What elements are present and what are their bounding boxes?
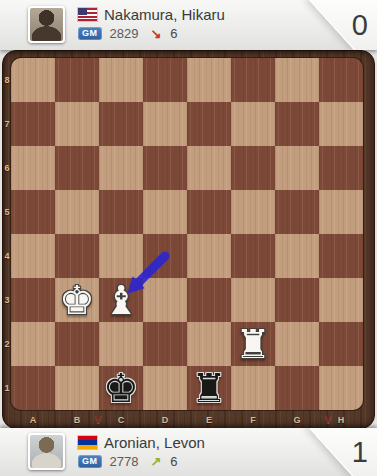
player-bar-top: Nakamura, Hikaru GM 2829 ↘ 6 0	[0, 0, 377, 50]
rank-label-6: 6	[3, 163, 11, 173]
square-g7[interactable]	[275, 102, 319, 146]
file-label-e: E	[187, 413, 231, 428]
square-b1[interactable]	[55, 366, 99, 410]
square-f2[interactable]	[231, 322, 275, 366]
square-d3[interactable]	[143, 278, 187, 322]
rank-label-1: 1	[3, 383, 11, 393]
square-h5[interactable]	[319, 190, 363, 234]
avatar-aronian[interactable]	[28, 433, 65, 470]
square-f8[interactable]	[231, 58, 275, 102]
square-g1[interactable]	[275, 366, 319, 410]
rank-label-5: 5	[3, 207, 11, 217]
frame-notch-right: V	[323, 412, 333, 427]
score-top: 0	[352, 9, 368, 42]
square-g4[interactable]	[275, 234, 319, 278]
player-name-bottom[interactable]: Aronian, Levon	[104, 434, 205, 451]
square-d2[interactable]	[143, 322, 187, 366]
file-label-d: D	[143, 413, 187, 428]
title-badge-top: GM	[78, 27, 102, 40]
file-label-c: C	[99, 413, 143, 428]
square-f3[interactable]	[231, 278, 275, 322]
player-bar-bottom: Aronian, Levon GM 2778 ↗ 6 1	[0, 428, 377, 476]
square-c5[interactable]	[99, 190, 143, 234]
flag-united-states-icon	[78, 8, 97, 21]
square-d5[interactable]	[143, 190, 187, 234]
rating-top: 2829	[110, 26, 139, 41]
square-g3[interactable]	[275, 278, 319, 322]
rank-label-7: 7	[3, 119, 11, 129]
square-g2[interactable]	[275, 322, 319, 366]
trend-down-icon: ↘	[150, 26, 161, 41]
board-frame: ♚♝♜♚♜ 87654321 ABCDEFGH V V	[2, 50, 375, 429]
square-f7[interactable]	[231, 102, 275, 146]
square-e1[interactable]	[187, 366, 231, 410]
square-a3[interactable]	[11, 278, 55, 322]
score-bottom: 1	[352, 436, 368, 469]
square-g5[interactable]	[275, 190, 319, 234]
square-a6[interactable]	[11, 146, 55, 190]
square-a5[interactable]	[11, 190, 55, 234]
square-h7[interactable]	[319, 102, 363, 146]
rating-change-top: 6	[170, 26, 177, 41]
square-h8[interactable]	[319, 58, 363, 102]
file-label-a: A	[11, 413, 55, 428]
square-g8[interactable]	[275, 58, 319, 102]
square-b4[interactable]	[55, 234, 99, 278]
file-label-g: G	[275, 413, 319, 428]
square-e4[interactable]	[187, 234, 231, 278]
square-b6[interactable]	[55, 146, 99, 190]
square-c2[interactable]	[99, 322, 143, 366]
title-badge-bottom: GM	[78, 455, 102, 468]
trend-up-icon: ↗	[150, 454, 161, 469]
square-d8[interactable]	[143, 58, 187, 102]
square-h4[interactable]	[319, 234, 363, 278]
square-f6[interactable]	[231, 146, 275, 190]
square-a2[interactable]	[11, 322, 55, 366]
square-d4[interactable]	[143, 234, 187, 278]
square-c3[interactable]	[99, 278, 143, 322]
rank-label-2: 2	[3, 339, 11, 349]
square-a7[interactable]	[11, 102, 55, 146]
frame-notch-left: V	[93, 412, 103, 427]
square-e6[interactable]	[187, 146, 231, 190]
square-c1[interactable]	[99, 366, 143, 410]
square-e7[interactable]	[187, 102, 231, 146]
square-d1[interactable]	[143, 366, 187, 410]
flag-armenia-icon	[78, 436, 97, 449]
avatar-nakamura[interactable]	[28, 6, 65, 43]
square-f4[interactable]	[231, 234, 275, 278]
square-f5[interactable]	[231, 190, 275, 234]
rank-label-3: 3	[3, 295, 11, 305]
rating-change-bottom: 6	[170, 454, 177, 469]
player-name-top[interactable]: Nakamura, Hikaru	[104, 6, 225, 23]
square-b3[interactable]	[55, 278, 99, 322]
square-c4[interactable]	[99, 234, 143, 278]
rating-bottom: 2778	[110, 454, 139, 469]
square-c8[interactable]	[99, 58, 143, 102]
square-g6[interactable]	[275, 146, 319, 190]
square-a4[interactable]	[11, 234, 55, 278]
square-e8[interactable]	[187, 58, 231, 102]
square-h1[interactable]	[319, 366, 363, 410]
square-a8[interactable]	[11, 58, 55, 102]
square-c6[interactable]	[99, 146, 143, 190]
square-c7[interactable]	[99, 102, 143, 146]
square-f1[interactable]	[231, 366, 275, 410]
board-grid	[11, 58, 363, 410]
rank-label-8: 8	[3, 75, 11, 85]
square-b2[interactable]	[55, 322, 99, 366]
square-h3[interactable]	[319, 278, 363, 322]
square-d6[interactable]	[143, 146, 187, 190]
square-h6[interactable]	[319, 146, 363, 190]
square-h2[interactable]	[319, 322, 363, 366]
square-b7[interactable]	[55, 102, 99, 146]
chess-board[interactable]: ♚♝♜♚♜	[11, 58, 363, 410]
square-b8[interactable]	[55, 58, 99, 102]
square-b5[interactable]	[55, 190, 99, 234]
rank-label-4: 4	[3, 251, 11, 261]
square-e2[interactable]	[187, 322, 231, 366]
square-e5[interactable]	[187, 190, 231, 234]
square-e3[interactable]	[187, 278, 231, 322]
square-d7[interactable]	[143, 102, 187, 146]
file-label-f: F	[231, 413, 275, 428]
square-a1[interactable]	[11, 366, 55, 410]
